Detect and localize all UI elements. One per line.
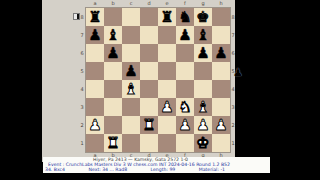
square-c1: [122, 134, 140, 152]
black-king: ♚: [196, 9, 209, 24]
file-labels-top: abcdefgh: [86, 0, 230, 7]
rank-label-6: 6: [230, 44, 236, 62]
square-h8: [212, 8, 230, 26]
white-pawn: ♟: [160, 99, 173, 114]
file-label-g: g: [194, 0, 212, 7]
length-label: Length: 99: [151, 168, 176, 173]
square-a6: [86, 44, 104, 62]
square-c3: [122, 98, 140, 116]
square-b8: [104, 8, 122, 26]
square-f8: ♞: [176, 8, 194, 26]
square-b6: ♟: [104, 44, 122, 62]
square-b5: [104, 62, 122, 80]
black-pawn: ♟: [196, 45, 209, 60]
white-pawn: ♟: [196, 117, 209, 132]
square-g3: ♝: [194, 98, 212, 116]
square-e7: [158, 26, 176, 44]
square-d7: [140, 26, 158, 44]
black-rook: ♜: [160, 9, 173, 24]
white-rook: ♜: [106, 135, 119, 150]
square-d8: [140, 8, 158, 26]
file-label-c: c: [122, 0, 140, 7]
square-f7: ♟: [176, 26, 194, 44]
square-b2: [104, 116, 122, 134]
rank-label-4: 4: [230, 80, 236, 98]
square-a7: ♟: [86, 26, 104, 44]
square-g5: [194, 62, 212, 80]
file-label-f: f: [176, 0, 194, 7]
square-e2: [158, 116, 176, 134]
square-h7: [212, 26, 230, 44]
square-e8: ♜: [158, 8, 176, 26]
file-label-e: e: [158, 0, 176, 7]
white-knight: ♞: [178, 99, 191, 114]
chess-board: ♜♜♞♚♟♝♟♝♟♟♟♟♝♟♞♝♟♜♟♟♟♜♚: [86, 8, 230, 152]
white-pawn: ♟: [88, 117, 101, 132]
white-bishop: ♝: [196, 99, 209, 114]
square-c4: ♝: [122, 80, 140, 98]
file-label-a: a: [86, 0, 104, 7]
square-d4: [140, 80, 158, 98]
square-a2: ♟: [86, 116, 104, 134]
square-h3: [212, 98, 230, 116]
square-h1: [212, 134, 230, 152]
square-d3: [140, 98, 158, 116]
square-g6: ♟: [194, 44, 212, 62]
square-c5: ♟: [122, 62, 140, 80]
square-a1: [86, 134, 104, 152]
square-h6: ♟: [212, 44, 230, 62]
square-g4: [194, 80, 212, 98]
black-pawn: ♟: [178, 27, 191, 42]
rank-label-3: 3: [230, 98, 236, 116]
square-d2: ♜: [140, 116, 158, 134]
black-bishop: ♝: [106, 27, 119, 42]
square-g7: ♝: [194, 26, 212, 44]
white-rook: ♜: [142, 117, 155, 132]
white-pawn: ♟: [214, 117, 227, 132]
square-h2: ♟: [212, 116, 230, 134]
black-bishop: ♝: [196, 27, 209, 42]
white-king: ♚: [196, 135, 209, 150]
square-b7: ♝: [104, 26, 122, 44]
square-g8: ♚: [194, 8, 212, 26]
rank-label-3: 3: [79, 98, 85, 116]
rank-label-7: 7: [230, 26, 236, 44]
rank-label-5: 5: [79, 62, 85, 80]
material-label: Material: -1: [199, 168, 225, 173]
next-move-label: Next: 34 ... Rad8: [88, 168, 127, 173]
square-c6: [122, 44, 140, 62]
rank-label-1: 1: [79, 134, 85, 152]
square-e1: [158, 134, 176, 152]
square-d5: [140, 62, 158, 80]
square-a5: [86, 62, 104, 80]
rank-label-1: 1: [230, 134, 236, 152]
square-b3: [104, 98, 122, 116]
black-pawn: ♟: [88, 27, 101, 42]
black-half: [77, 14, 80, 19]
square-f1: [176, 134, 194, 152]
square-f4: [176, 80, 194, 98]
rank-labels-left: 87654321: [79, 8, 85, 152]
square-g2: ♟: [194, 116, 212, 134]
square-b1: ♜: [104, 134, 122, 152]
black-knight: ♞: [178, 9, 191, 24]
square-h4: [212, 80, 230, 98]
square-f6: [176, 44, 194, 62]
square-e4: [158, 80, 176, 98]
square-e5: [158, 62, 176, 80]
file-label-d: d: [140, 0, 158, 7]
square-a8: ♜: [86, 8, 104, 26]
file-label-b: b: [104, 0, 122, 7]
square-c8: [122, 8, 140, 26]
rank-label-4: 4: [79, 80, 85, 98]
black-rook: ♜: [88, 9, 101, 24]
side-to-move-indicator: [73, 13, 80, 20]
rank-label-7: 7: [79, 26, 85, 44]
square-f3: ♞: [176, 98, 194, 116]
square-a4: [86, 80, 104, 98]
rank-label-6: 6: [79, 44, 85, 62]
white-pawn: ♟: [178, 117, 191, 132]
square-d6: [140, 44, 158, 62]
rank-label-8: 8: [230, 8, 236, 26]
white-bishop: ♝: [124, 81, 137, 96]
black-pawn: ♟: [124, 63, 137, 78]
square-b4: [104, 80, 122, 98]
file-label-h: h: [212, 0, 230, 7]
current-move-label: 34. Bxc4: [45, 168, 65, 173]
black-pawn: ♟: [106, 45, 119, 60]
square-e6: [158, 44, 176, 62]
square-g1: ♚: [194, 134, 212, 152]
moves-line: 34. Bxc4 Next: 34 ... Rad8 Length: 99 Ma…: [45, 168, 225, 173]
square-a3: [86, 98, 104, 116]
square-d1: [140, 134, 158, 152]
black-pawn: ♟: [214, 45, 227, 60]
rank-label-2: 2: [230, 116, 236, 134]
square-f5: [176, 62, 194, 80]
rank-label-2: 2: [79, 116, 85, 134]
caption-band: Hiyer, Pa 2413 — Kamsky, Gata 2572 1-0 E…: [43, 157, 270, 173]
square-h5: [212, 62, 230, 80]
square-f2: ♟: [176, 116, 194, 134]
square-e3: ♟: [158, 98, 176, 116]
square-c2: [122, 116, 140, 134]
black-pawn-icon: ♟: [233, 67, 243, 78]
square-c7: [122, 26, 140, 44]
rank-labels-right: 87654321: [230, 8, 236, 152]
